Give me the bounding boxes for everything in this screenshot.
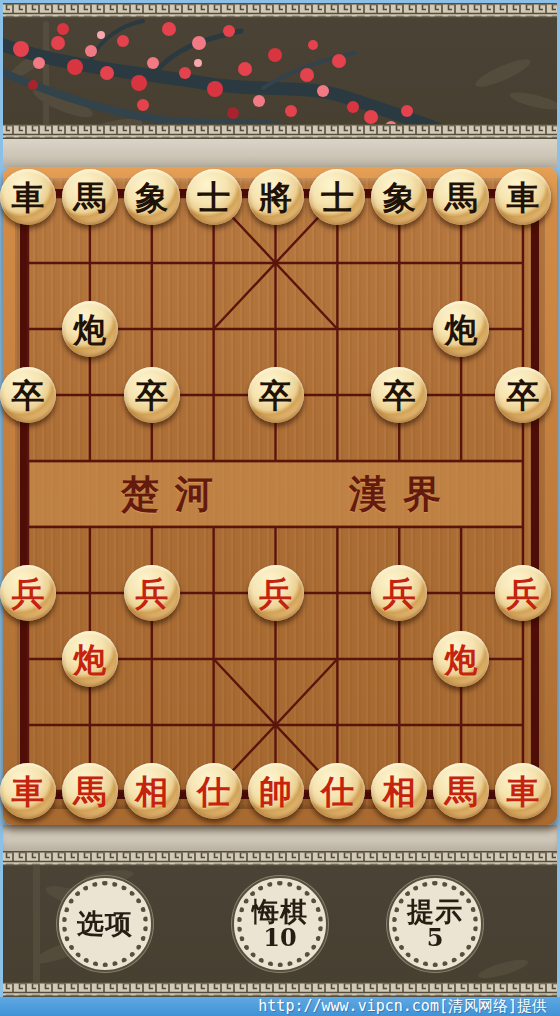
beige-band-top	[3, 139, 557, 167]
piece-red-advisor[interactable]: 仕	[309, 763, 365, 819]
piece-black-horse[interactable]: 馬	[433, 169, 489, 225]
bottom-decorative-band: 选项 悔棋 10 提示 5	[3, 851, 557, 997]
river-label-han: 漢界	[349, 469, 457, 520]
footer-bar: http://www.vipcn.com[清风网络]提供	[0, 997, 560, 1016]
piece-red-chariot[interactable]: 車	[495, 763, 551, 819]
piece-black-chariot[interactable]: 車	[0, 169, 56, 225]
board-grid	[3, 167, 557, 825]
undo-remaining-count: 10	[263, 926, 296, 950]
undo-button[interactable]: 悔棋 10	[232, 876, 328, 972]
meander-border	[3, 3, 557, 18]
hint-button-label: 提示	[407, 898, 463, 926]
hint-button[interactable]: 提示 5	[387, 876, 483, 972]
piece-red-elephant[interactable]: 相	[371, 763, 427, 819]
piece-red-advisor[interactable]: 仕	[186, 763, 242, 819]
piece-red-soldier[interactable]: 兵	[0, 565, 56, 621]
piece-black-cannon[interactable]: 炮	[433, 301, 489, 357]
piece-black-soldier[interactable]: 卒	[495, 367, 551, 423]
options-button[interactable]: 选项	[57, 876, 153, 972]
piece-black-elephant[interactable]: 象	[371, 169, 427, 225]
xiangqi-game-screen: 楚河 漢界 車馬象士將士象馬車炮炮卒卒卒卒卒兵兵兵兵兵炮炮車馬相仕帥仕相馬車	[0, 0, 560, 1016]
game-content: 楚河 漢界 車馬象士將士象馬車炮炮卒卒卒卒卒兵兵兵兵兵炮炮車馬相仕帥仕相馬車	[3, 3, 557, 997]
piece-red-soldier[interactable]: 兵	[124, 565, 180, 621]
hint-remaining-count: 5	[427, 926, 444, 950]
piece-red-chariot[interactable]: 車	[0, 763, 56, 819]
undo-button-label: 悔棋	[252, 898, 308, 926]
piece-red-soldier[interactable]: 兵	[371, 565, 427, 621]
piece-black-soldier[interactable]: 卒	[248, 367, 304, 423]
piece-red-horse[interactable]: 馬	[62, 763, 118, 819]
button-row: 选项 悔棋 10 提示 5	[3, 876, 557, 972]
piece-black-general[interactable]: 將	[248, 169, 304, 225]
piece-black-cannon[interactable]: 炮	[62, 301, 118, 357]
options-button-label: 选项	[77, 910, 133, 938]
piece-red-soldier[interactable]: 兵	[495, 565, 551, 621]
source-url-text: http://www.vipcn.com[清风网络]提供	[258, 997, 560, 1016]
bamboo-silhouette-art	[3, 3, 557, 139]
piece-black-advisor[interactable]: 士	[186, 169, 242, 225]
piece-red-general[interactable]: 帥	[248, 763, 304, 819]
piece-black-advisor[interactable]: 士	[309, 169, 365, 225]
piece-black-soldier[interactable]: 卒	[124, 367, 180, 423]
top-decorative-band	[3, 3, 557, 139]
beige-band-bottom	[3, 825, 557, 851]
plum-blossom-art	[3, 15, 463, 139]
piece-red-cannon[interactable]: 炮	[433, 631, 489, 687]
meander-border	[3, 124, 557, 139]
piece-red-cannon[interactable]: 炮	[62, 631, 118, 687]
river-label-chu: 楚河	[121, 469, 229, 520]
piece-red-soldier[interactable]: 兵	[248, 565, 304, 621]
meander-border	[3, 851, 557, 866]
xiangqi-board[interactable]: 楚河 漢界 車馬象士將士象馬車炮炮卒卒卒卒卒兵兵兵兵兵炮炮車馬相仕帥仕相馬車	[3, 167, 557, 825]
piece-black-horse[interactable]: 馬	[62, 169, 118, 225]
meander-border	[3, 982, 557, 997]
piece-black-chariot[interactable]: 車	[495, 169, 551, 225]
piece-black-elephant[interactable]: 象	[124, 169, 180, 225]
piece-black-soldier[interactable]: 卒	[0, 367, 56, 423]
piece-red-horse[interactable]: 馬	[433, 763, 489, 819]
piece-black-soldier[interactable]: 卒	[371, 367, 427, 423]
piece-red-elephant[interactable]: 相	[124, 763, 180, 819]
